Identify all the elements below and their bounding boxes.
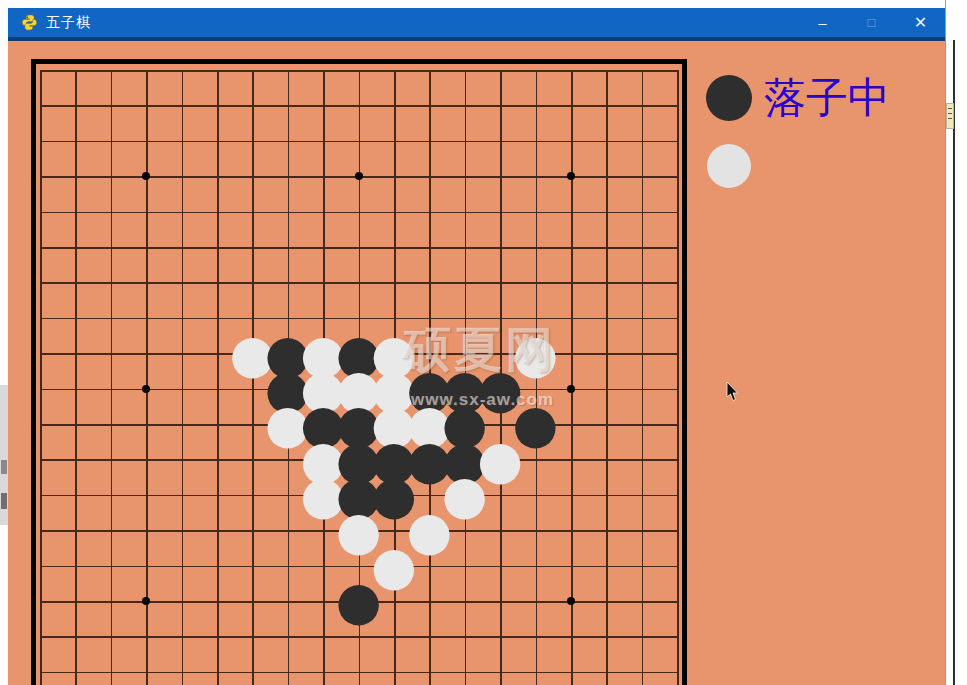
background-scrollbar-thumb [946, 103, 954, 129]
screen: 五子棋 – □ ✕ ●●●●●●●●●●●●●●●●●●●●●●●●●●●●●●… [0, 0, 967, 685]
star-point [567, 172, 575, 180]
python-icon [21, 14, 38, 31]
black-stone-indicator [706, 75, 752, 121]
titlebar[interactable]: 五子棋 – □ ✕ [8, 8, 945, 37]
black-stone: ● [335, 583, 381, 618]
status-panel: 落子中 [706, 70, 941, 188]
board-grid[interactable]: ●●●●●●●●●●●●●●●●●●●●●●●●●●●●●●●●●● [22, 52, 695, 685]
maximize-button[interactable]: □ [847, 8, 896, 37]
star-point [142, 172, 150, 180]
turn-status-label: 落子中 [764, 70, 890, 126]
background-window-mark [1, 493, 7, 509]
window-title: 五子棋 [46, 14, 91, 32]
star-point [567, 385, 575, 393]
background-window-edge [953, 40, 955, 685]
star-point [142, 385, 150, 393]
mouse-cursor-icon [726, 382, 740, 402]
window-controls: – □ ✕ [798, 8, 945, 37]
close-button[interactable]: ✕ [896, 8, 945, 37]
white-stone-indicator [707, 144, 751, 188]
star-point [567, 597, 575, 605]
gomoku-window: 五子棋 – □ ✕ ●●●●●●●●●●●●●●●●●●●●●●●●●●●●●●… [8, 8, 945, 685]
background-window-mark [1, 460, 7, 474]
star-point [142, 597, 150, 605]
minimize-button[interactable]: – [798, 8, 847, 37]
background-window-right-strip [945, 0, 967, 685]
game-area: ●●●●●●●●●●●●●●●●●●●●●●●●●●●●●●●●●● 硕夏网 w… [8, 41, 945, 685]
star-point [355, 172, 363, 180]
